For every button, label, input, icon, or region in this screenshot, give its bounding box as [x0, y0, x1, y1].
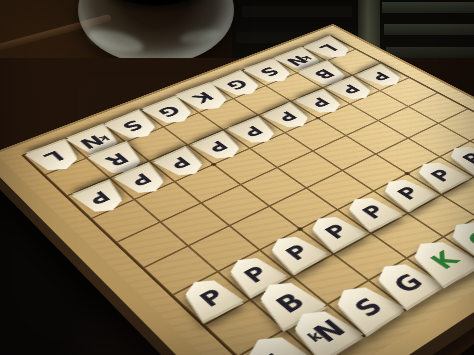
- shogi-board: LkNSGKGSkNLRBPPPPPPPPPPPPPPPPPPBRLkNSGKG…: [0, 24, 474, 355]
- board-grid: LkNSGKGSkNLRBPPPPPPPPPPPPPPPPPPBRLkNSGKG…: [21, 35, 474, 355]
- photo-scene: LkNSGKGSkNLRBPPPPPPPPPPPPPPPPPPBRLkNSGKG…: [0, 0, 474, 355]
- board-position-wrapper: LkNSGKGSkNLRBPPPPPPPPPPPPPPPPPPBRLkNSGKG…: [70, 0, 474, 355]
